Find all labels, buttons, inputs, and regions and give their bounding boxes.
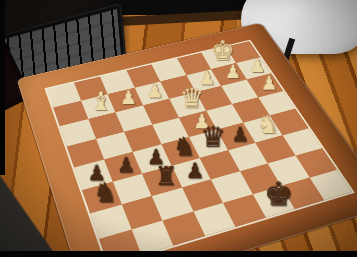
board-grid: ♚♝♟♟♟♟♟♛♟♟♟♟♟♞♛♟♞♞♜♟♚ — [44, 39, 354, 257]
white-queen: ♛ — [179, 84, 203, 111]
chess-board: ♚♝♟♟♟♟♟♛♟♟♟♟♟♞♛♟♞♞♜♟♚ — [16, 22, 357, 257]
black-pawn: ♟ — [231, 123, 249, 143]
square-h3 — [59, 119, 95, 146]
square-a6 — [282, 127, 322, 155]
black-pawn: ♟ — [116, 154, 135, 175]
square-f2: ♟ — [107, 87, 142, 112]
black-queen: ♛ — [199, 123, 225, 152]
white-pawn: ♟ — [146, 81, 163, 100]
photo-border-bottom — [0, 251, 357, 257]
black-knight: ♞ — [92, 179, 116, 206]
white-knight: ♞ — [256, 111, 278, 136]
black-rook: ♜ — [154, 163, 177, 189]
scene: ♚♝♟♟♟♟♟♛♟♟♟♟♟♞♛♟♞♞♜♟♚ — [0, 0, 357, 257]
black-knight: ♞ — [172, 133, 195, 159]
white-pawn: ♟ — [260, 73, 277, 92]
black-pawn: ♟ — [185, 160, 204, 181]
board-frame: ♚♝♟♟♟♟♟♛♟♟♟♟♟♞♛♟♞♞♜♟♚ — [16, 22, 357, 257]
white-pawn: ♟ — [224, 62, 241, 81]
white-pawn: ♟ — [119, 87, 136, 106]
white-bishop: ♝ — [89, 88, 112, 113]
photo-border-left — [0, 0, 5, 175]
black-king: ♚ — [264, 177, 294, 210]
